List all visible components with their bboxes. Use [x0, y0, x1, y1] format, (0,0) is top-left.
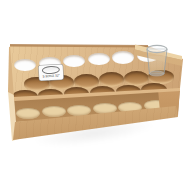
hole-r1c5	[112, 51, 134, 63]
hole-r1c3	[63, 55, 85, 67]
dimension-label-text: 5.9cm/2.32"	[43, 75, 60, 79]
product-photo-scene: 5.9cm/2.32"	[0, 0, 186, 186]
shot-glass	[145, 43, 169, 79]
base-recess-c1	[16, 108, 40, 119]
hole-r1c1	[14, 59, 36, 71]
hole-r1c4	[88, 53, 110, 65]
dimension-label: 5.9cm/2.32"	[39, 64, 64, 80]
hole-r2c4	[99, 72, 124, 87]
shot-glass-drawing	[145, 43, 169, 79]
base-recess-c2	[42, 106, 66, 117]
base-recess-c3	[67, 105, 91, 116]
